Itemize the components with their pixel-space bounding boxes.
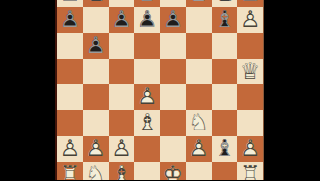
square-h6[interactable]: [237, 33, 263, 59]
black-pawn-c7[interactable]: ♟♙: [109, 7, 135, 33]
square-d7[interactable]: ♟♙: [134, 7, 160, 33]
piece-outline: ♙: [186, 136, 212, 162]
piece-outline: ♙: [134, 7, 160, 33]
piece-outline: ♙: [109, 7, 135, 33]
white-rook-a1[interactable]: ♜♖: [57, 162, 83, 181]
square-f1[interactable]: [186, 162, 212, 181]
piece-outline: ♙: [57, 7, 83, 33]
square-e7[interactable]: ♟♙: [160, 7, 186, 33]
piece-outline: ♙: [237, 7, 263, 33]
square-c5[interactable]: [109, 59, 135, 85]
square-e2[interactable]: [160, 136, 186, 162]
square-b3[interactable]: [83, 110, 109, 136]
piece-outline: ♘: [186, 110, 212, 136]
square-c4[interactable]: [109, 84, 135, 110]
piece-outline: ♗: [134, 110, 160, 136]
square-h1[interactable]: ♜♖: [237, 162, 263, 181]
square-h7[interactable]: ♟♙: [237, 7, 263, 33]
square-d5[interactable]: [134, 59, 160, 85]
white-pawn-h7[interactable]: ♟♙: [237, 7, 263, 33]
square-f5[interactable]: [186, 59, 212, 85]
square-g2[interactable]: ♝♗: [212, 136, 238, 162]
square-g7[interactable]: ♝♗: [212, 7, 238, 33]
piece-outline: ♙: [57, 136, 83, 162]
piece-outline: ♘: [83, 0, 109, 7]
square-a2[interactable]: ♟♙: [57, 136, 83, 162]
black-pawn-a7[interactable]: ♟♙: [57, 7, 83, 33]
piece-outline: ♗: [212, 7, 238, 33]
square-e6[interactable]: [160, 33, 186, 59]
square-a1[interactable]: ♜♖: [57, 162, 83, 181]
piece-outline: ♕: [237, 59, 263, 85]
square-a5[interactable]: [57, 59, 83, 85]
piece-outline: ♔: [186, 0, 212, 7]
square-b2[interactable]: ♟♙: [83, 136, 109, 162]
white-pawn-d4[interactable]: ♟♙: [134, 84, 160, 110]
square-b4[interactable]: [83, 84, 109, 110]
square-g6[interactable]: [212, 33, 238, 59]
square-a3[interactable]: [57, 110, 83, 136]
square-d4[interactable]: ♟♙: [134, 84, 160, 110]
square-c3[interactable]: [109, 110, 135, 136]
piece-outline: ♙: [134, 84, 160, 110]
black-king-f8[interactable]: ♚♔: [186, 0, 212, 7]
square-g4[interactable]: [212, 84, 238, 110]
piece-outline: ♖: [237, 162, 263, 181]
white-rook-h1[interactable]: ♜♖: [237, 162, 263, 181]
square-b1[interactable]: ♞♘: [83, 162, 109, 181]
square-h3[interactable]: [237, 110, 263, 136]
square-f7[interactable]: [186, 7, 212, 33]
chess-board: ♜♖♞♘♛♕♚♔♞♘♜♖♟♙♟♙♟♙♟♙♝♗♟♙♟♙♛♕♟♙♝♗♞♘♟♙♟♙♟♙…: [57, 0, 263, 180]
square-h4[interactable]: [237, 84, 263, 110]
square-b5[interactable]: [83, 59, 109, 85]
black-pawn-e7[interactable]: ♟♙: [160, 7, 186, 33]
white-pawn-b2[interactable]: ♟♙: [83, 136, 109, 162]
white-bishop-c1[interactable]: ♝♗: [109, 162, 135, 181]
square-f3[interactable]: ♞♘: [186, 110, 212, 136]
piece-outline: ♙: [237, 136, 263, 162]
square-c6[interactable]: [109, 33, 135, 59]
piece-outline: ♘: [83, 162, 109, 181]
square-g5[interactable]: [212, 59, 238, 85]
piece-outline: ♙: [83, 136, 109, 162]
square-f4[interactable]: [186, 84, 212, 110]
board-right-edge: [263, 0, 264, 180]
piece-outline: ♖: [57, 162, 83, 181]
square-h2[interactable]: ♟♙: [237, 136, 263, 162]
piece-outline: ♔: [160, 162, 186, 181]
piece-outline: ♗: [212, 136, 238, 162]
square-e1[interactable]: ♚♔: [160, 162, 186, 181]
black-knight-b8[interactable]: ♞♘: [83, 0, 109, 7]
black-pawn-d7[interactable]: ♟♙: [134, 7, 160, 33]
piece-outline: ♙: [109, 136, 135, 162]
white-bishop-d3[interactable]: ♝♗: [134, 110, 160, 136]
square-c7[interactable]: ♟♙: [109, 7, 135, 33]
square-h5[interactable]: ♛♕: [237, 59, 263, 85]
white-knight-b1[interactable]: ♞♘: [83, 162, 109, 181]
white-king-e1[interactable]: ♚♔: [160, 162, 186, 181]
square-d1[interactable]: [134, 162, 160, 181]
square-e3[interactable]: [160, 110, 186, 136]
square-e5[interactable]: [160, 59, 186, 85]
square-e4[interactable]: [160, 84, 186, 110]
black-pawn-b6[interactable]: ♟♙: [83, 33, 109, 59]
screenshot-stage: ♜♖♞♘♛♕♚♔♞♘♜♖♟♙♟♙♟♙♟♙♝♗♟♙♟♙♛♕♟♙♝♗♞♘♟♙♟♙♟♙…: [0, 0, 320, 180]
square-a7[interactable]: ♟♙: [57, 7, 83, 33]
piece-outline: ♗: [109, 162, 135, 181]
white-pawn-f2[interactable]: ♟♙: [186, 136, 212, 162]
white-queen-h5[interactable]: ♛♕: [237, 59, 263, 85]
white-pawn-c2[interactable]: ♟♙: [109, 136, 135, 162]
piece-outline: ♙: [83, 33, 109, 59]
square-b7[interactable]: [83, 7, 109, 33]
square-a4[interactable]: [57, 84, 83, 110]
white-knight-f3[interactable]: ♞♘: [186, 110, 212, 136]
square-d2[interactable]: [134, 136, 160, 162]
black-bishop-g2[interactable]: ♝♗: [212, 136, 238, 162]
square-g1[interactable]: [212, 162, 238, 181]
square-a6[interactable]: [57, 33, 83, 59]
square-d6[interactable]: [134, 33, 160, 59]
square-d3[interactable]: ♝♗: [134, 110, 160, 136]
square-f2[interactable]: ♟♙: [186, 136, 212, 162]
square-c1[interactable]: ♝♗: [109, 162, 135, 181]
white-pawn-h2[interactable]: ♟♙: [237, 136, 263, 162]
square-g3[interactable]: [212, 110, 238, 136]
square-c2[interactable]: ♟♙: [109, 136, 135, 162]
square-f6[interactable]: [186, 33, 212, 59]
piece-outline: ♙: [160, 7, 186, 33]
square-b8[interactable]: ♞♘: [83, 0, 109, 7]
square-b6[interactable]: ♟♙: [83, 33, 109, 59]
black-bishop-g7[interactable]: ♝♗: [212, 7, 238, 33]
square-f8[interactable]: ♚♔: [186, 0, 212, 7]
white-pawn-a2[interactable]: ♟♙: [57, 136, 83, 162]
